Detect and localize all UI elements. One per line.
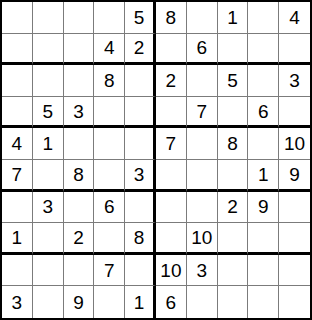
cell-r1c2[interactable] xyxy=(33,2,64,34)
cell-r4c9[interactable]: 6 xyxy=(248,97,279,129)
cell-r5c6[interactable]: 7 xyxy=(156,128,187,160)
cell-r3c1[interactable] xyxy=(2,65,33,97)
cell-r3c6[interactable]: 2 xyxy=(156,65,187,97)
cell-r3c7[interactable] xyxy=(187,65,218,97)
cell-r3c5[interactable] xyxy=(125,65,156,97)
cell-r4c6[interactable] xyxy=(156,97,187,129)
cell-r4c3[interactable]: 3 xyxy=(64,97,95,129)
cell-r1c6[interactable]: 8 xyxy=(156,2,187,34)
cell-r4c4[interactable] xyxy=(94,97,125,129)
cell-r8c3[interactable]: 2 xyxy=(64,223,95,255)
cell-r4c1[interactable] xyxy=(2,97,33,129)
cell-r10c7[interactable] xyxy=(187,286,218,318)
cell-r9c10[interactable] xyxy=(279,255,310,287)
cell-r3c4[interactable]: 8 xyxy=(94,65,125,97)
cell-r6c1[interactable]: 7 xyxy=(2,160,33,192)
cell-r6c6[interactable] xyxy=(156,160,187,192)
cell-r10c5[interactable]: 1 xyxy=(125,286,156,318)
cell-r4c2[interactable]: 5 xyxy=(33,97,64,129)
cell-r9c6[interactable]: 10 xyxy=(156,255,187,287)
sudoku-board: 5814426825353764178107831936291281071033… xyxy=(0,0,312,320)
cell-r7c7[interactable] xyxy=(187,192,218,224)
cell-r1c5[interactable]: 5 xyxy=(125,2,156,34)
cell-r9c3[interactable] xyxy=(64,255,95,287)
cell-r7c5[interactable] xyxy=(125,192,156,224)
cell-r6c9[interactable]: 1 xyxy=(248,160,279,192)
cell-r3c9[interactable] xyxy=(248,65,279,97)
cell-r2c9[interactable] xyxy=(248,34,279,66)
cell-r1c8[interactable]: 1 xyxy=(218,2,249,34)
cell-r2c7[interactable]: 6 xyxy=(187,34,218,66)
cell-r2c8[interactable] xyxy=(218,34,249,66)
cell-r2c6[interactable] xyxy=(156,34,187,66)
cell-r5c5[interactable] xyxy=(125,128,156,160)
cell-r9c8[interactable] xyxy=(218,255,249,287)
cell-r10c1[interactable]: 3 xyxy=(2,286,33,318)
cell-r10c6[interactable]: 6 xyxy=(156,286,187,318)
cell-r5c3[interactable] xyxy=(64,128,95,160)
cell-r1c4[interactable] xyxy=(94,2,125,34)
cell-r8c6[interactable] xyxy=(156,223,187,255)
cell-r5c7[interactable] xyxy=(187,128,218,160)
cell-r7c2[interactable]: 3 xyxy=(33,192,64,224)
cell-r7c1[interactable] xyxy=(2,192,33,224)
cell-r9c4[interactable]: 7 xyxy=(94,255,125,287)
cell-r7c4[interactable]: 6 xyxy=(94,192,125,224)
cell-r1c1[interactable] xyxy=(2,2,33,34)
cell-r8c9[interactable] xyxy=(248,223,279,255)
cell-r10c8[interactable] xyxy=(218,286,249,318)
cell-r10c2[interactable] xyxy=(33,286,64,318)
cell-r6c8[interactable] xyxy=(218,160,249,192)
cell-r1c3[interactable] xyxy=(64,2,95,34)
cell-r2c10[interactable] xyxy=(279,34,310,66)
cell-r6c3[interactable]: 8 xyxy=(64,160,95,192)
cell-r2c1[interactable] xyxy=(2,34,33,66)
cell-r8c8[interactable] xyxy=(218,223,249,255)
cell-r8c10[interactable] xyxy=(279,223,310,255)
cell-r1c7[interactable] xyxy=(187,2,218,34)
cell-r7c10[interactable] xyxy=(279,192,310,224)
cell-r7c8[interactable]: 2 xyxy=(218,192,249,224)
cell-r10c3[interactable]: 9 xyxy=(64,286,95,318)
cell-r4c8[interactable] xyxy=(218,97,249,129)
cell-r5c8[interactable]: 8 xyxy=(218,128,249,160)
cell-r3c2[interactable] xyxy=(33,65,64,97)
cell-r9c7[interactable]: 3 xyxy=(187,255,218,287)
cell-r9c1[interactable] xyxy=(2,255,33,287)
cell-r8c2[interactable] xyxy=(33,223,64,255)
cell-r4c10[interactable] xyxy=(279,97,310,129)
cell-r5c1[interactable]: 4 xyxy=(2,128,33,160)
cell-r2c2[interactable] xyxy=(33,34,64,66)
cell-r2c3[interactable] xyxy=(64,34,95,66)
cell-r7c6[interactable] xyxy=(156,192,187,224)
cell-r6c7[interactable] xyxy=(187,160,218,192)
cell-r8c1[interactable]: 1 xyxy=(2,223,33,255)
cell-r6c5[interactable]: 3 xyxy=(125,160,156,192)
sudoku-puzzle: 5814426825353764178107831936291281071033… xyxy=(0,0,312,320)
cell-r4c7[interactable]: 7 xyxy=(187,97,218,129)
cell-r10c10[interactable] xyxy=(279,286,310,318)
cell-r9c5[interactable] xyxy=(125,255,156,287)
cell-r8c5[interactable]: 8 xyxy=(125,223,156,255)
cell-r5c10[interactable]: 10 xyxy=(279,128,310,160)
cell-r1c10[interactable]: 4 xyxy=(279,2,310,34)
cell-r5c4[interactable] xyxy=(94,128,125,160)
cell-r6c10[interactable]: 9 xyxy=(279,160,310,192)
cell-r10c9[interactable] xyxy=(248,286,279,318)
cell-r6c4[interactable] xyxy=(94,160,125,192)
cell-r2c4[interactable]: 4 xyxy=(94,34,125,66)
cell-r9c2[interactable] xyxy=(33,255,64,287)
cell-r2c5[interactable]: 2 xyxy=(125,34,156,66)
cell-r10c4[interactable] xyxy=(94,286,125,318)
cell-r9c9[interactable] xyxy=(248,255,279,287)
cell-r5c2[interactable]: 1 xyxy=(33,128,64,160)
cell-r4c5[interactable] xyxy=(125,97,156,129)
cell-r7c9[interactable]: 9 xyxy=(248,192,279,224)
cell-r3c3[interactable] xyxy=(64,65,95,97)
cell-r3c10[interactable]: 3 xyxy=(279,65,310,97)
cell-r6c2[interactable] xyxy=(33,160,64,192)
cell-r8c4[interactable] xyxy=(94,223,125,255)
cell-r5c9[interactable] xyxy=(248,128,279,160)
cell-r7c3[interactable] xyxy=(64,192,95,224)
cell-r1c9[interactable] xyxy=(248,2,279,34)
cell-r8c7[interactable]: 10 xyxy=(187,223,218,255)
cell-r3c8[interactable]: 5 xyxy=(218,65,249,97)
